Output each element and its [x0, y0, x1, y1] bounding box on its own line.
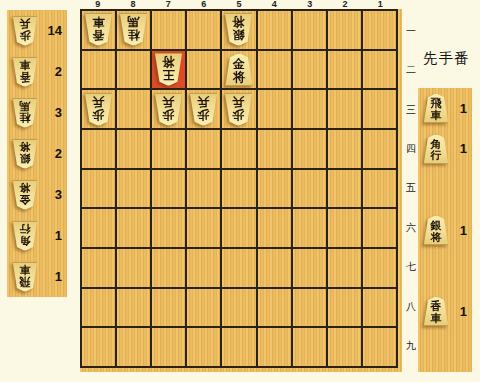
- piece-kanji: 兵: [93, 95, 105, 108]
- hand-piece-count: 1: [451, 141, 467, 156]
- hand-piece-count: 1: [451, 304, 467, 319]
- hand-slot: [418, 331, 472, 372]
- board-square-5五[interactable]: [222, 170, 255, 208]
- shogi-piece-桂馬[interactable]: 桂馬: [119, 13, 148, 46]
- board-square-9五[interactable]: [82, 170, 115, 208]
- board-square-3一[interactable]: [293, 11, 326, 49]
- rank-label-六: 六: [404, 208, 418, 247]
- shogi-piece-歩兵[interactable]: 歩兵: [12, 16, 38, 46]
- piece-face: 歩兵: [189, 93, 218, 126]
- piece-kanji: 将: [233, 71, 245, 84]
- board-square-5四[interactable]: [222, 130, 255, 168]
- sente-captured-tray: 飛車1角行1銀将1香車1: [418, 88, 472, 372]
- board-square-8一[interactable]: 桂馬: [117, 11, 150, 49]
- piece-face: 歩兵: [224, 93, 253, 126]
- board-square-8二[interactable]: [117, 51, 150, 89]
- hand-slot: 歩兵14: [7, 10, 67, 51]
- board-square-2九[interactable]: [328, 328, 361, 366]
- hand-piece-count: 2: [46, 64, 62, 79]
- board-square-2八[interactable]: [328, 289, 361, 327]
- hand-slot: 金将3: [7, 174, 67, 215]
- board-square-1五[interactable]: [363, 170, 396, 208]
- piece-kanji: 車: [20, 58, 31, 70]
- piece-kanji: 兵: [20, 17, 31, 29]
- board-square-1八[interactable]: [363, 289, 396, 327]
- hand-slot: 銀将1: [418, 210, 472, 251]
- piece-kanji: 歩: [20, 29, 31, 41]
- board-square-9二[interactable]: [82, 51, 115, 89]
- piece-kanji: 歩: [198, 108, 210, 121]
- shogi-piece-歩兵[interactable]: 歩兵: [154, 93, 183, 126]
- piece-kanji: 歩: [233, 108, 245, 121]
- piece-kanji: 香: [431, 301, 442, 313]
- hand-piece-count: 1: [451, 101, 467, 116]
- hand-slot: 飛車1: [418, 88, 472, 129]
- board-square-2二[interactable]: [328, 51, 361, 89]
- shogi-piece-金将[interactable]: 金将: [224, 53, 253, 86]
- board-square-6八[interactable]: [187, 289, 220, 327]
- piece-face: 歩兵: [12, 16, 38, 46]
- piece-kanji: 将: [20, 140, 31, 152]
- hand-slot: [418, 250, 472, 291]
- board-square-1六[interactable]: [363, 209, 396, 247]
- shogi-piece-角行[interactable]: 角行: [423, 134, 449, 164]
- shogi-piece-飛車[interactable]: 飛車: [12, 262, 38, 292]
- piece-kanji: 王: [163, 68, 175, 81]
- piece-face: 金将: [224, 53, 253, 86]
- board-square-7六[interactable]: [152, 209, 185, 247]
- file-label-9: 9: [80, 0, 115, 9]
- piece-kanji: 角: [20, 234, 31, 246]
- board-square-9六[interactable]: [82, 209, 115, 247]
- file-label-6: 6: [186, 0, 221, 9]
- board-square-1七[interactable]: [363, 249, 396, 287]
- piece-kanji: 香: [93, 28, 105, 41]
- piece-kanji: 兵: [198, 95, 210, 108]
- file-label-4: 4: [257, 0, 292, 9]
- rank-label-二: 二: [404, 50, 418, 89]
- piece-kanji: 歩: [93, 108, 105, 121]
- piece-kanji: 車: [431, 110, 442, 122]
- shogi-piece-香車[interactable]: 香車: [84, 13, 113, 46]
- board-square-5六[interactable]: [222, 209, 255, 247]
- board-square-5八[interactable]: [222, 289, 255, 327]
- piece-face: 桂馬: [119, 13, 148, 46]
- file-label-7: 7: [151, 0, 186, 9]
- piece-kanji: 桂: [20, 111, 31, 123]
- piece-kanji: 銀: [20, 152, 31, 164]
- piece-kanji: 将: [233, 16, 245, 29]
- piece-kanji: 飛: [20, 275, 31, 287]
- piece-kanji: 歩: [163, 108, 175, 121]
- board-square-2七[interactable]: [328, 249, 361, 287]
- board-square-3四[interactable]: [293, 130, 326, 168]
- piece-kanji: 桂: [128, 28, 140, 41]
- hand-slot: 桂馬3: [7, 92, 67, 133]
- piece-face: 王将: [154, 53, 183, 86]
- turn-indicator: 先手番: [423, 49, 470, 68]
- board-square-5七[interactable]: [222, 249, 255, 287]
- piece-kanji: 香: [20, 70, 31, 82]
- piece-kanji: 行: [431, 150, 442, 162]
- hand-slot: [418, 169, 472, 210]
- shogi-piece-銀将[interactable]: 銀将: [224, 13, 253, 46]
- board-square-9四[interactable]: [82, 130, 115, 168]
- board-square-2一[interactable]: [328, 11, 361, 49]
- board-square-4三[interactable]: [258, 90, 291, 128]
- piece-face: 銀将: [423, 215, 449, 245]
- shogi-piece-銀将[interactable]: 銀将: [423, 215, 449, 245]
- hand-piece-count: 1: [46, 228, 62, 243]
- board-square-8四[interactable]: [117, 130, 150, 168]
- piece-face: 金将: [12, 180, 38, 210]
- piece-face: 歩兵: [84, 93, 113, 126]
- board-square-2四[interactable]: [328, 130, 361, 168]
- shogi-piece-香車[interactable]: 香車: [423, 296, 449, 326]
- file-label-3: 3: [292, 0, 327, 9]
- board-square-2六[interactable]: [328, 209, 361, 247]
- file-coordinates: 987654321: [80, 0, 398, 9]
- board-square-4五[interactable]: [258, 170, 291, 208]
- shogi-piece-飛車[interactable]: 飛車: [423, 93, 449, 123]
- piece-kanji: 馬: [128, 16, 140, 29]
- board-square-4八[interactable]: [258, 289, 291, 327]
- shogi-piece-歩兵[interactable]: 歩兵: [189, 93, 218, 126]
- board-square-9一[interactable]: 香車: [82, 11, 115, 49]
- board-square-5三[interactable]: 歩兵: [222, 90, 255, 128]
- hand-piece-count: 1: [451, 223, 467, 238]
- board-square-8八[interactable]: [117, 289, 150, 327]
- piece-kanji: 兵: [233, 95, 245, 108]
- piece-face: 角行: [12, 221, 38, 251]
- shogi-piece-金将[interactable]: 金将: [12, 180, 38, 210]
- board-square-1四[interactable]: [363, 130, 396, 168]
- piece-kanji: 将: [431, 232, 442, 244]
- board-square-6五[interactable]: [187, 170, 220, 208]
- board-square-9七[interactable]: [82, 249, 115, 287]
- board-square-4一[interactable]: [258, 11, 291, 49]
- file-label-1: 1: [363, 0, 398, 9]
- piece-face: 香車: [423, 296, 449, 326]
- rank-label-五: 五: [404, 169, 418, 208]
- piece-face: 歩兵: [154, 93, 183, 126]
- rank-label-一: 一: [404, 11, 418, 50]
- shogi-piece-王将[interactable]: 王将: [154, 53, 183, 86]
- board-square-8三[interactable]: [117, 90, 150, 128]
- board-square-3五[interactable]: [293, 170, 326, 208]
- board-square-6九[interactable]: [187, 328, 220, 366]
- shogi-piece-香車[interactable]: 香車: [12, 57, 38, 87]
- rank-label-四: 四: [404, 129, 418, 168]
- rank-label-九: 九: [404, 327, 418, 366]
- hand-slot: 角行1: [7, 215, 67, 256]
- hand-piece-count: 3: [46, 187, 62, 202]
- board-square-3三[interactable]: [293, 90, 326, 128]
- board-square-4二[interactable]: [258, 51, 291, 89]
- board-square-4六[interactable]: [258, 209, 291, 247]
- board-square-4四[interactable]: [258, 130, 291, 168]
- board-square-8六[interactable]: [117, 209, 150, 247]
- file-label-8: 8: [115, 0, 150, 9]
- piece-face: 桂馬: [12, 98, 38, 128]
- piece-kanji: 将: [20, 181, 31, 193]
- board-square-6二[interactable]: [187, 51, 220, 89]
- hand-slot: 角行1: [418, 129, 472, 170]
- board-square-6三[interactable]: 歩兵: [187, 90, 220, 128]
- hand-slot: 香車2: [7, 51, 67, 92]
- board-square-5一[interactable]: 銀将: [222, 11, 255, 49]
- piece-kanji: 馬: [20, 99, 31, 111]
- shogi-board: 香車桂馬銀将王将金将歩兵歩兵歩兵歩兵: [80, 9, 402, 372]
- hand-piece-count: 14: [46, 23, 62, 38]
- gote-captured-tray: 歩兵14香車2桂馬3銀将2金将3角行1飛車1: [7, 10, 67, 297]
- shogi-app: 歩兵14香車2桂馬3銀将2金将3角行1飛車1 987654321 香車桂馬銀将王…: [0, 0, 480, 382]
- board-square-3六[interactable]: [293, 209, 326, 247]
- board-square-1一[interactable]: [363, 11, 396, 49]
- board-square-4七[interactable]: [258, 249, 291, 287]
- board-square-6四[interactable]: [187, 130, 220, 168]
- rank-label-八: 八: [404, 287, 418, 326]
- board-square-3九[interactable]: [293, 328, 326, 366]
- board-square-7三[interactable]: 歩兵: [152, 90, 185, 128]
- piece-face: 銀将: [12, 139, 38, 169]
- board-square-3七[interactable]: [293, 249, 326, 287]
- shogi-piece-銀将[interactable]: 銀将: [12, 139, 38, 169]
- shogi-piece-桂馬[interactable]: 桂馬: [12, 98, 38, 128]
- piece-kanji: 行: [20, 222, 31, 234]
- board-square-1三[interactable]: [363, 90, 396, 128]
- piece-face: 飛車: [423, 93, 449, 123]
- board-square-7八[interactable]: [152, 289, 185, 327]
- piece-kanji: 車: [93, 16, 105, 29]
- piece-face: 飛車: [12, 262, 38, 292]
- board-square-2五[interactable]: [328, 170, 361, 208]
- board-square-9三[interactable]: 歩兵: [82, 90, 115, 128]
- board-square-8九[interactable]: [117, 328, 150, 366]
- piece-kanji: 銀: [233, 28, 245, 41]
- hand-piece-count: 3: [46, 105, 62, 120]
- piece-kanji: 銀: [431, 220, 442, 232]
- board-square-5九[interactable]: [222, 328, 255, 366]
- hand-piece-count: 1: [46, 269, 62, 284]
- hand-slot: 銀将2: [7, 133, 67, 174]
- shogi-piece-歩兵[interactable]: 歩兵: [84, 93, 113, 126]
- board-square-4九[interactable]: [258, 328, 291, 366]
- piece-kanji: 車: [20, 263, 31, 275]
- board-square-1九[interactable]: [363, 328, 396, 366]
- board-square-5二[interactable]: 金将: [222, 51, 255, 89]
- file-label-2: 2: [327, 0, 362, 9]
- board-square-7一[interactable]: [152, 11, 185, 49]
- piece-face: 香車: [84, 13, 113, 46]
- board-square-8五[interactable]: [117, 170, 150, 208]
- piece-kanji: 金: [20, 193, 31, 205]
- board-square-1二[interactable]: [363, 51, 396, 89]
- piece-face: 香車: [12, 57, 38, 87]
- board-square-7二[interactable]: 王将: [152, 51, 185, 89]
- board-square-3二[interactable]: [293, 51, 326, 89]
- board-square-6七[interactable]: [187, 249, 220, 287]
- board-square-9八[interactable]: [82, 289, 115, 327]
- piece-face: 銀将: [224, 13, 253, 46]
- rank-label-七: 七: [404, 248, 418, 287]
- board-square-2三[interactable]: [328, 90, 361, 128]
- board-square-7七[interactable]: [152, 249, 185, 287]
- hand-piece-count: 2: [46, 146, 62, 161]
- rank-coordinates: 一二三四五六七八九: [404, 11, 418, 366]
- board-square-9九[interactable]: [82, 328, 115, 366]
- hand-slot: 飛車1: [7, 256, 67, 297]
- board-square-6一[interactable]: [187, 11, 220, 49]
- file-label-5: 5: [221, 0, 256, 9]
- piece-kanji: 車: [431, 313, 442, 325]
- board-square-8七[interactable]: [117, 249, 150, 287]
- piece-kanji: 兵: [163, 95, 175, 108]
- piece-kanji: 将: [163, 55, 175, 68]
- board-square-6六[interactable]: [187, 209, 220, 247]
- board-square-7四[interactable]: [152, 130, 185, 168]
- board-square-7九[interactable]: [152, 328, 185, 366]
- board-grid: 香車桂馬銀将王将金将歩兵歩兵歩兵歩兵: [80, 9, 398, 368]
- board-square-3八[interactable]: [293, 289, 326, 327]
- rank-label-三: 三: [404, 90, 418, 129]
- hand-slot: 香車1: [418, 291, 472, 332]
- board-square-7五[interactable]: [152, 170, 185, 208]
- piece-face: 角行: [423, 134, 449, 164]
- shogi-piece-歩兵[interactable]: 歩兵: [224, 93, 253, 126]
- shogi-piece-角行[interactable]: 角行: [12, 221, 38, 251]
